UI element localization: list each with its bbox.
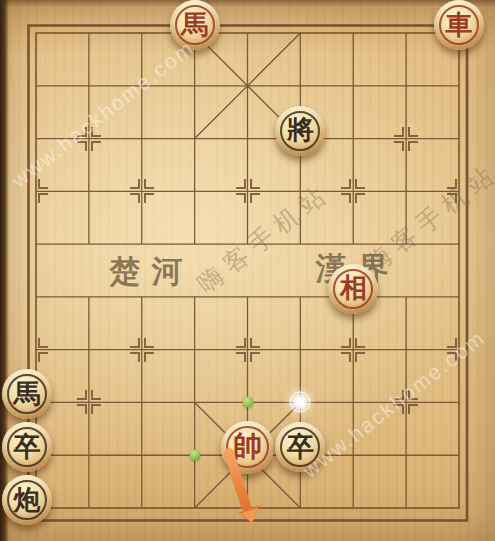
xiangqi-board-screen: 楚河 漢界 馬車將相馬卒帥卒炮 www.hackhome.com嗨客手机站嗨客手…: [0, 0, 495, 541]
move-hint-arrow: [0, 0, 495, 541]
